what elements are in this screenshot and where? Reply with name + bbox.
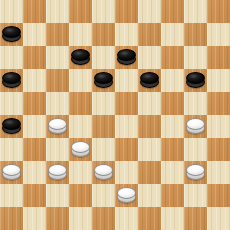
piece-top: [186, 164, 205, 176]
light-square: [92, 138, 115, 161]
light-square: [46, 138, 69, 161]
square-38[interactable]: [92, 161, 115, 184]
light-square: [46, 92, 69, 115]
piece-top: [117, 49, 136, 61]
light-square: [115, 23, 138, 46]
square-9[interactable]: [138, 23, 161, 46]
square-27[interactable]: [46, 115, 69, 138]
square-49[interactable]: [138, 207, 161, 230]
square-6[interactable]: [0, 23, 23, 46]
light-square: [207, 115, 230, 138]
white-man[interactable]: [2, 164, 21, 180]
square-48[interactable]: [92, 207, 115, 230]
square-19[interactable]: [138, 69, 161, 92]
piece-top: [2, 164, 21, 176]
square-44[interactable]: [161, 184, 184, 207]
light-square: [69, 161, 92, 184]
light-square: [207, 161, 230, 184]
black-man[interactable]: [186, 72, 205, 88]
light-square: [184, 46, 207, 69]
square-33[interactable]: [115, 138, 138, 161]
square-47[interactable]: [46, 207, 69, 230]
piece-top: [186, 72, 205, 84]
square-1[interactable]: [23, 0, 46, 23]
light-square: [138, 184, 161, 207]
square-25[interactable]: [207, 92, 230, 115]
square-24[interactable]: [161, 92, 184, 115]
light-square: [46, 0, 69, 23]
black-man[interactable]: [94, 72, 113, 88]
square-50[interactable]: [184, 207, 207, 230]
square-42[interactable]: [69, 184, 92, 207]
light-square: [184, 0, 207, 23]
square-39[interactable]: [138, 161, 161, 184]
piece-top: [140, 72, 159, 84]
square-30[interactable]: [184, 115, 207, 138]
light-square: [184, 138, 207, 161]
light-square: [0, 0, 23, 23]
square-23[interactable]: [115, 92, 138, 115]
square-32[interactable]: [69, 138, 92, 161]
black-man[interactable]: [2, 26, 21, 42]
square-28[interactable]: [92, 115, 115, 138]
light-square: [92, 184, 115, 207]
square-15[interactable]: [207, 46, 230, 69]
light-square: [23, 23, 46, 46]
square-16[interactable]: [0, 69, 23, 92]
light-square: [115, 161, 138, 184]
light-square: [92, 46, 115, 69]
light-square: [184, 184, 207, 207]
light-square: [161, 69, 184, 92]
light-square: [161, 161, 184, 184]
light-square: [184, 92, 207, 115]
square-12[interactable]: [69, 46, 92, 69]
light-square: [69, 207, 92, 230]
light-square: [115, 115, 138, 138]
square-2[interactable]: [69, 0, 92, 23]
square-17[interactable]: [46, 69, 69, 92]
white-man[interactable]: [48, 164, 67, 180]
light-square: [23, 207, 46, 230]
light-square: [161, 115, 184, 138]
black-man[interactable]: [117, 49, 136, 65]
square-11[interactable]: [23, 46, 46, 69]
square-3[interactable]: [115, 0, 138, 23]
light-square: [46, 184, 69, 207]
piece-top: [2, 72, 21, 84]
square-5[interactable]: [207, 0, 230, 23]
square-21[interactable]: [23, 92, 46, 115]
light-square: [161, 207, 184, 230]
light-square: [0, 138, 23, 161]
square-34[interactable]: [161, 138, 184, 161]
light-square: [92, 92, 115, 115]
light-square: [138, 46, 161, 69]
square-31[interactable]: [23, 138, 46, 161]
white-man[interactable]: [186, 118, 205, 134]
light-square: [115, 69, 138, 92]
square-45[interactable]: [207, 184, 230, 207]
light-square: [23, 161, 46, 184]
piece-top: [71, 141, 90, 153]
light-square: [69, 69, 92, 92]
square-8[interactable]: [92, 23, 115, 46]
square-20[interactable]: [184, 69, 207, 92]
light-square: [46, 46, 69, 69]
black-man[interactable]: [71, 49, 90, 65]
white-man[interactable]: [94, 164, 113, 180]
checkers-board: [0, 0, 230, 230]
square-36[interactable]: [0, 161, 23, 184]
light-square: [207, 23, 230, 46]
square-7[interactable]: [46, 23, 69, 46]
square-40[interactable]: [184, 161, 207, 184]
white-man[interactable]: [117, 187, 136, 203]
square-46[interactable]: [0, 207, 23, 230]
light-square: [138, 138, 161, 161]
light-square: [0, 184, 23, 207]
piece-top: [186, 118, 205, 130]
black-man[interactable]: [2, 72, 21, 88]
square-22[interactable]: [69, 92, 92, 115]
piece-top: [48, 118, 67, 130]
square-26[interactable]: [0, 115, 23, 138]
light-square: [207, 69, 230, 92]
square-18[interactable]: [92, 69, 115, 92]
light-square: [69, 23, 92, 46]
light-square: [23, 69, 46, 92]
light-square: [0, 46, 23, 69]
piece-top: [2, 26, 21, 38]
light-square: [69, 115, 92, 138]
light-square: [207, 207, 230, 230]
piece-top: [117, 187, 136, 199]
light-square: [115, 207, 138, 230]
square-41[interactable]: [23, 184, 46, 207]
square-4[interactable]: [161, 0, 184, 23]
square-29[interactable]: [138, 115, 161, 138]
square-37[interactable]: [46, 161, 69, 184]
black-man[interactable]: [140, 72, 159, 88]
light-square: [92, 0, 115, 23]
black-man[interactable]: [2, 118, 21, 134]
light-square: [23, 115, 46, 138]
white-man[interactable]: [48, 118, 67, 134]
light-square: [138, 92, 161, 115]
light-square: [0, 92, 23, 115]
square-14[interactable]: [161, 46, 184, 69]
square-35[interactable]: [207, 138, 230, 161]
white-man[interactable]: [71, 141, 90, 157]
piece-top: [2, 118, 21, 130]
piece-top: [48, 164, 67, 176]
square-43[interactable]: [115, 184, 138, 207]
square-10[interactable]: [184, 23, 207, 46]
square-13[interactable]: [115, 46, 138, 69]
white-man[interactable]: [186, 164, 205, 180]
light-square: [161, 23, 184, 46]
light-square: [138, 0, 161, 23]
piece-top: [94, 72, 113, 84]
piece-top: [71, 49, 90, 61]
piece-top: [94, 164, 113, 176]
